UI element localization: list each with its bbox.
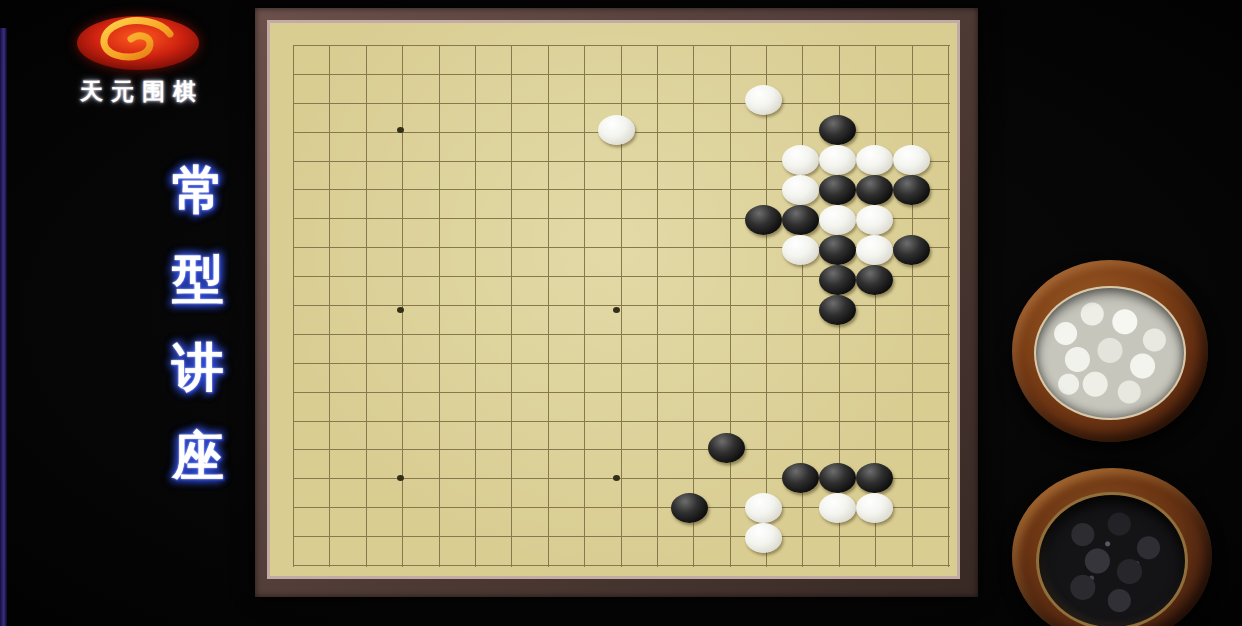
intersection <box>383 523 419 553</box>
intersection <box>311 379 347 406</box>
intersection <box>819 58 856 85</box>
intersection <box>419 145 455 175</box>
intersection <box>419 265 455 295</box>
intersection <box>819 175 856 205</box>
intersection <box>782 379 819 406</box>
intersection <box>311 115 347 145</box>
intersection <box>598 493 635 523</box>
intersection <box>562 433 598 463</box>
intersection <box>562 493 598 523</box>
intersection <box>708 295 745 325</box>
intersection <box>930 325 966 352</box>
intersection <box>598 145 635 175</box>
intersection <box>419 175 455 205</box>
intersection <box>526 295 562 325</box>
black-stone <box>819 265 856 295</box>
intersection <box>455 325 491 352</box>
intersection <box>526 115 562 145</box>
intersection <box>526 205 562 235</box>
intersection <box>856 205 893 235</box>
intersection <box>782 235 819 265</box>
star-point <box>397 307 404 313</box>
black-stone <box>671 493 708 523</box>
intersection <box>383 553 419 580</box>
intersection <box>819 352 856 379</box>
intersection <box>708 85 745 115</box>
intersection <box>671 553 708 580</box>
intersection <box>455 433 491 463</box>
intersection <box>275 115 311 145</box>
intersection <box>275 325 311 352</box>
intersection <box>562 145 598 175</box>
intersection <box>526 523 562 553</box>
intersection <box>745 463 782 493</box>
intersection <box>347 175 383 205</box>
white-stone <box>819 205 856 235</box>
intersection <box>347 85 383 115</box>
intersection <box>598 463 635 493</box>
intersection <box>819 433 856 463</box>
intersection <box>562 553 598 580</box>
intersection <box>383 58 419 85</box>
intersection <box>930 31 966 58</box>
intersection <box>311 295 347 325</box>
intersection <box>856 85 893 115</box>
black-stone <box>782 463 819 493</box>
intersection <box>383 433 419 463</box>
black-stone <box>856 265 893 295</box>
intersection <box>526 58 562 85</box>
intersection <box>893 31 930 58</box>
intersection <box>708 265 745 295</box>
stones-grid <box>275 31 966 580</box>
intersection <box>490 352 526 379</box>
intersection <box>745 205 782 235</box>
intersection <box>635 523 671 553</box>
intersection <box>635 175 671 205</box>
intersection <box>893 265 930 295</box>
black-stone <box>819 115 856 145</box>
intersection <box>635 379 671 406</box>
intersection <box>311 433 347 463</box>
intersection <box>930 553 966 580</box>
intersection <box>311 265 347 295</box>
intersection <box>635 205 671 235</box>
intersection <box>745 352 782 379</box>
intersection <box>383 85 419 115</box>
intersection <box>419 85 455 115</box>
intersection <box>856 433 893 463</box>
intersection <box>671 433 708 463</box>
intersection <box>598 265 635 295</box>
intersection <box>635 352 671 379</box>
intersection <box>598 433 635 463</box>
intersection <box>383 406 419 433</box>
intersection <box>490 493 526 523</box>
white-stone <box>782 235 819 265</box>
intersection <box>856 523 893 553</box>
intersection <box>819 463 856 493</box>
program-title-char: 型 <box>172 252 224 307</box>
intersection <box>745 523 782 553</box>
intersection <box>671 115 708 145</box>
intersection <box>526 463 562 493</box>
intersection <box>930 295 966 325</box>
intersection <box>526 553 562 580</box>
intersection <box>893 175 930 205</box>
intersection <box>708 235 745 265</box>
channel-logo: 天元围棋 <box>58 14 218 107</box>
intersection <box>671 463 708 493</box>
intersection <box>893 406 930 433</box>
intersection <box>930 463 966 493</box>
intersection <box>598 115 635 145</box>
black-stone <box>745 205 782 235</box>
intersection <box>671 31 708 58</box>
intersection <box>782 175 819 205</box>
intersection <box>490 145 526 175</box>
black-stone <box>893 175 930 205</box>
intersection <box>275 523 311 553</box>
intersection <box>275 235 311 265</box>
intersection <box>856 265 893 295</box>
intersection <box>311 463 347 493</box>
intersection <box>562 205 598 235</box>
intersection <box>455 175 491 205</box>
intersection <box>275 58 311 85</box>
black-stone <box>893 235 930 265</box>
intersection <box>635 265 671 295</box>
black-stone <box>708 433 745 463</box>
intersection <box>383 379 419 406</box>
intersection <box>893 352 930 379</box>
intersection <box>419 433 455 463</box>
intersection <box>745 31 782 58</box>
intersection <box>490 265 526 295</box>
program-title-char: 座 <box>172 429 224 484</box>
intersection <box>526 406 562 433</box>
intersection <box>275 406 311 433</box>
intersection <box>745 295 782 325</box>
intersection <box>671 352 708 379</box>
black-stone <box>782 205 819 235</box>
intersection <box>745 265 782 295</box>
intersection <box>635 31 671 58</box>
star-point <box>397 127 404 133</box>
intersection <box>311 493 347 523</box>
intersection <box>782 352 819 379</box>
intersection <box>819 235 856 265</box>
intersection <box>526 235 562 265</box>
intersection <box>562 85 598 115</box>
intersection <box>419 406 455 433</box>
intersection <box>526 265 562 295</box>
intersection <box>275 379 311 406</box>
intersection <box>383 493 419 523</box>
intersection <box>383 295 419 325</box>
intersection <box>782 493 819 523</box>
intersection <box>311 325 347 352</box>
intersection <box>782 325 819 352</box>
tv-screen: 天元围棋 常型讲座 <box>0 0 1242 626</box>
intersection <box>745 235 782 265</box>
intersection <box>490 31 526 58</box>
intersection <box>562 352 598 379</box>
intersection <box>782 406 819 433</box>
intersection <box>856 145 893 175</box>
intersection <box>745 379 782 406</box>
intersection <box>782 145 819 175</box>
intersection <box>782 265 819 295</box>
intersection <box>383 31 419 58</box>
intersection <box>782 553 819 580</box>
intersection <box>893 205 930 235</box>
white-stone-bowl <box>1012 260 1208 442</box>
intersection <box>856 58 893 85</box>
intersection <box>526 493 562 523</box>
intersection <box>671 205 708 235</box>
intersection <box>275 265 311 295</box>
go-board <box>255 8 978 597</box>
intersection <box>819 85 856 115</box>
program-title-char: 常 <box>172 163 224 218</box>
intersection <box>893 58 930 85</box>
black-stone <box>819 295 856 325</box>
intersection <box>708 58 745 85</box>
intersection <box>419 523 455 553</box>
intersection <box>562 295 598 325</box>
intersection <box>490 325 526 352</box>
intersection <box>782 58 819 85</box>
white-stone <box>782 145 819 175</box>
intersection <box>856 325 893 352</box>
intersection <box>708 175 745 205</box>
intersection <box>708 115 745 145</box>
intersection <box>893 115 930 145</box>
intersection <box>930 379 966 406</box>
intersection <box>526 31 562 58</box>
intersection <box>562 31 598 58</box>
intersection <box>275 31 311 58</box>
intersection <box>490 523 526 553</box>
white-stone <box>856 145 893 175</box>
intersection <box>419 463 455 493</box>
intersection <box>598 325 635 352</box>
intersection <box>819 493 856 523</box>
intersection <box>311 205 347 235</box>
intersection <box>708 31 745 58</box>
intersection <box>708 379 745 406</box>
intersection <box>671 235 708 265</box>
intersection <box>930 352 966 379</box>
intersection <box>708 523 745 553</box>
white-stone <box>893 145 930 175</box>
intersection <box>708 463 745 493</box>
intersection <box>455 265 491 295</box>
intersection <box>311 523 347 553</box>
intersection <box>311 31 347 58</box>
channel-name: 天元围棋 <box>58 76 218 107</box>
intersection <box>275 175 311 205</box>
intersection <box>562 115 598 145</box>
intersection <box>275 85 311 115</box>
intersection <box>635 433 671 463</box>
intersection <box>455 493 491 523</box>
intersection <box>347 58 383 85</box>
intersection <box>856 352 893 379</box>
intersection <box>526 433 562 463</box>
intersection <box>311 553 347 580</box>
intersection <box>856 463 893 493</box>
white-stone <box>856 205 893 235</box>
intersection <box>526 325 562 352</box>
intersection <box>598 379 635 406</box>
intersection <box>526 352 562 379</box>
black-stone <box>819 235 856 265</box>
intersection <box>598 85 635 115</box>
intersection <box>490 295 526 325</box>
intersection <box>930 85 966 115</box>
intersection <box>893 553 930 580</box>
intersection <box>893 145 930 175</box>
intersection <box>635 295 671 325</box>
intersection <box>275 553 311 580</box>
intersection <box>419 325 455 352</box>
intersection <box>455 31 491 58</box>
intersection <box>930 406 966 433</box>
intersection <box>745 175 782 205</box>
star-point <box>397 475 404 481</box>
intersection <box>311 145 347 175</box>
intersection <box>930 265 966 295</box>
intersection <box>419 553 455 580</box>
intersection <box>745 553 782 580</box>
black-stone <box>856 175 893 205</box>
intersection <box>893 85 930 115</box>
intersection <box>490 85 526 115</box>
screen-edge-strip <box>0 28 7 626</box>
intersection <box>562 379 598 406</box>
intersection <box>598 235 635 265</box>
intersection <box>275 463 311 493</box>
intersection <box>490 379 526 406</box>
intersection <box>455 205 491 235</box>
intersection <box>856 379 893 406</box>
intersection <box>562 463 598 493</box>
intersection <box>383 325 419 352</box>
intersection <box>455 145 491 175</box>
intersection <box>455 352 491 379</box>
intersection <box>708 205 745 235</box>
intersection <box>311 175 347 205</box>
program-title: 常型讲座 <box>166 163 230 483</box>
intersection <box>635 463 671 493</box>
intersection <box>819 145 856 175</box>
intersection <box>782 463 819 493</box>
intersection <box>635 235 671 265</box>
intersection <box>671 175 708 205</box>
intersection <box>347 325 383 352</box>
intersection <box>598 295 635 325</box>
intersection <box>930 523 966 553</box>
white-stone <box>745 85 782 115</box>
intersection <box>598 205 635 235</box>
intersection <box>819 379 856 406</box>
intersection <box>856 175 893 205</box>
intersection <box>708 325 745 352</box>
intersection <box>383 235 419 265</box>
black-stone <box>819 175 856 205</box>
intersection <box>745 115 782 145</box>
intersection <box>490 235 526 265</box>
intersection <box>782 295 819 325</box>
intersection <box>819 31 856 58</box>
intersection <box>893 523 930 553</box>
intersection <box>490 463 526 493</box>
black-stone-bowl <box>1012 468 1212 626</box>
intersection <box>490 58 526 85</box>
intersection <box>347 265 383 295</box>
intersection <box>635 145 671 175</box>
intersection <box>671 145 708 175</box>
intersection <box>419 352 455 379</box>
intersection <box>893 463 930 493</box>
intersection <box>347 553 383 580</box>
intersection <box>671 265 708 295</box>
black-stone <box>856 463 893 493</box>
intersection <box>347 295 383 325</box>
intersection <box>819 523 856 553</box>
intersection <box>490 115 526 145</box>
intersection <box>635 493 671 523</box>
intersection <box>490 175 526 205</box>
intersection <box>455 553 491 580</box>
intersection <box>383 463 419 493</box>
intersection <box>930 115 966 145</box>
intersection <box>782 31 819 58</box>
intersection <box>598 58 635 85</box>
intersection <box>930 205 966 235</box>
intersection <box>856 406 893 433</box>
intersection <box>347 493 383 523</box>
white-stone <box>782 175 819 205</box>
intersection <box>275 352 311 379</box>
intersection <box>598 553 635 580</box>
intersection <box>635 553 671 580</box>
intersection <box>745 145 782 175</box>
white-stone <box>819 493 856 523</box>
intersection <box>347 115 383 145</box>
intersection <box>311 352 347 379</box>
intersection <box>562 265 598 295</box>
intersection <box>598 175 635 205</box>
black-stone <box>819 463 856 493</box>
intersection <box>930 145 966 175</box>
white-stone <box>745 493 782 523</box>
intersection <box>671 379 708 406</box>
intersection <box>598 352 635 379</box>
intersection <box>635 325 671 352</box>
tianyuan-logo-icon <box>75 14 201 72</box>
intersection <box>893 493 930 523</box>
intersection <box>455 463 491 493</box>
intersection <box>526 175 562 205</box>
intersection <box>419 493 455 523</box>
intersection <box>598 406 635 433</box>
intersection <box>419 58 455 85</box>
intersection <box>930 175 966 205</box>
intersection <box>455 295 491 325</box>
